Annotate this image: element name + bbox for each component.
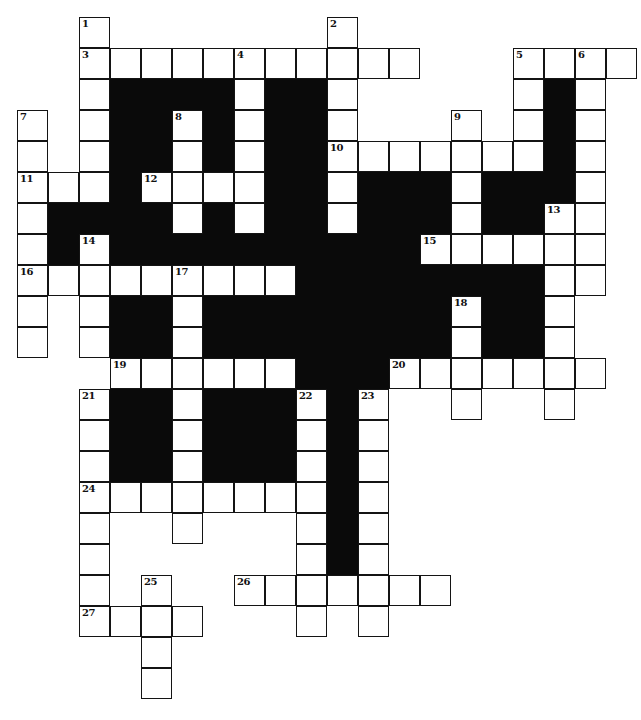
crossword-black-cell [203, 451, 234, 482]
crossword-cell[interactable] [358, 575, 389, 606]
crossword-black-cell [482, 172, 513, 203]
crossword-cell[interactable]: 25 [141, 575, 172, 606]
crossword-black-cell [203, 296, 234, 327]
clue-number: 14 [82, 235, 95, 247]
crossword-cell[interactable] [79, 141, 110, 172]
crossword-black-cell [327, 358, 358, 389]
crossword-cell[interactable] [358, 141, 389, 172]
crossword-cell[interactable] [327, 79, 358, 110]
clue-number: 8 [175, 111, 181, 123]
crossword-black-cell [110, 203, 141, 234]
crossword-cell[interactable] [482, 358, 513, 389]
crossword-cell[interactable] [296, 544, 327, 575]
crossword-cell[interactable] [172, 358, 203, 389]
crossword-black-cell [141, 234, 172, 265]
crossword-cell[interactable]: 17 [172, 265, 203, 296]
crossword-cell[interactable] [234, 110, 265, 141]
crossword-cell[interactable]: 5 [513, 48, 544, 79]
crossword-black-cell [265, 327, 296, 358]
crossword-black-cell [327, 544, 358, 575]
crossword-black-cell [482, 265, 513, 296]
crossword-cell[interactable] [79, 265, 110, 296]
crossword-cell[interactable] [327, 48, 358, 79]
crossword-cell[interactable] [17, 234, 48, 265]
crossword-cell[interactable] [234, 203, 265, 234]
crossword-cell[interactable]: 20 [389, 358, 420, 389]
clue-number: 23 [361, 390, 374, 402]
crossword-cell[interactable] [203, 358, 234, 389]
crossword-black-cell [420, 265, 451, 296]
crossword-black-cell [513, 327, 544, 358]
crossword-cell[interactable] [172, 451, 203, 482]
crossword-cell[interactable] [575, 141, 606, 172]
crossword-cell[interactable] [389, 575, 420, 606]
crossword-black-cell [389, 296, 420, 327]
crossword-cell[interactable] [513, 358, 544, 389]
crossword-cell[interactable] [575, 358, 606, 389]
clue-number: 11 [20, 173, 33, 185]
crossword-black-cell [234, 296, 265, 327]
crossword-black-cell [110, 110, 141, 141]
clue-number: 26 [237, 576, 250, 588]
crossword-black-cell [327, 482, 358, 513]
crossword-cell[interactable] [79, 575, 110, 606]
crossword-black-cell [451, 265, 482, 296]
crossword-cell[interactable] [451, 203, 482, 234]
crossword-black-cell [482, 327, 513, 358]
crossword-black-cell [203, 234, 234, 265]
crossword-cell[interactable] [48, 265, 79, 296]
crossword-cell[interactable]: 8 [172, 110, 203, 141]
clue-number: 3 [82, 49, 88, 61]
crossword-cell[interactable] [79, 420, 110, 451]
crossword-cell[interactable] [203, 48, 234, 79]
crossword-black-cell [358, 234, 389, 265]
crossword-black-cell [265, 110, 296, 141]
crossword-cell[interactable] [172, 420, 203, 451]
crossword-black-cell [203, 141, 234, 172]
crossword-black-cell [358, 203, 389, 234]
crossword-black-cell [265, 296, 296, 327]
clue-number: 10 [330, 142, 343, 154]
crossword-black-cell [389, 327, 420, 358]
crossword-black-cell [544, 172, 575, 203]
crossword-black-cell [141, 451, 172, 482]
crossword-cell[interactable] [513, 110, 544, 141]
crossword-black-cell [327, 265, 358, 296]
clue-number: 16 [20, 266, 33, 278]
clue-number: 20 [392, 359, 405, 371]
crossword-cell[interactable] [110, 265, 141, 296]
crossword-black-cell [203, 110, 234, 141]
crossword-black-cell [234, 327, 265, 358]
crossword-cell[interactable] [544, 296, 575, 327]
crossword-cell[interactable] [451, 234, 482, 265]
crossword-black-cell [420, 327, 451, 358]
crossword-cell[interactable] [358, 48, 389, 79]
crossword-black-cell [172, 234, 203, 265]
crossword-black-cell [265, 172, 296, 203]
crossword-black-cell [358, 327, 389, 358]
crossword-cell[interactable] [172, 296, 203, 327]
crossword-black-cell [358, 358, 389, 389]
crossword-black-cell [327, 451, 358, 482]
crossword-black-cell [296, 79, 327, 110]
crossword-black-cell [327, 296, 358, 327]
crossword-grid: 1234567891011121314151617181920212223242… [17, 17, 637, 699]
crossword-board: 1234567891011121314151617181920212223242… [0, 0, 641, 720]
crossword-cell[interactable] [110, 606, 141, 637]
crossword-cell[interactable] [17, 327, 48, 358]
crossword-black-cell [141, 110, 172, 141]
crossword-cell[interactable] [141, 265, 172, 296]
crossword-black-cell [203, 389, 234, 420]
crossword-black-cell [544, 79, 575, 110]
clue-number: 2 [330, 18, 336, 30]
crossword-cell[interactable] [296, 575, 327, 606]
crossword-cell[interactable] [575, 234, 606, 265]
crossword-cell[interactable] [296, 420, 327, 451]
crossword-black-cell [203, 327, 234, 358]
crossword-cell[interactable] [575, 172, 606, 203]
crossword-cell[interactable]: 21 [79, 389, 110, 420]
crossword-black-cell [389, 234, 420, 265]
crossword-black-cell [358, 296, 389, 327]
crossword-cell[interactable]: 2 [327, 17, 358, 48]
crossword-cell[interactable] [451, 358, 482, 389]
crossword-black-cell [265, 141, 296, 172]
crossword-black-cell [265, 451, 296, 482]
crossword-cell[interactable] [141, 637, 172, 668]
crossword-cell[interactable] [420, 575, 451, 606]
crossword-cell[interactable] [141, 606, 172, 637]
crossword-cell[interactable] [234, 172, 265, 203]
crossword-cell[interactable] [172, 203, 203, 234]
crossword-black-cell [110, 172, 141, 203]
crossword-black-cell [234, 420, 265, 451]
crossword-cell[interactable]: 4 [234, 48, 265, 79]
crossword-cell[interactable] [203, 172, 234, 203]
crossword-cell[interactable]: 3 [79, 48, 110, 79]
crossword-black-cell [79, 203, 110, 234]
crossword-cell[interactable]: 13 [544, 203, 575, 234]
crossword-cell[interactable] [79, 110, 110, 141]
crossword-black-cell [327, 389, 358, 420]
crossword-cell[interactable] [172, 513, 203, 544]
crossword-cell[interactable] [451, 389, 482, 420]
crossword-cell[interactable] [172, 172, 203, 203]
clue-number: 15 [423, 235, 436, 247]
crossword-black-cell [513, 296, 544, 327]
crossword-cell[interactable] [17, 296, 48, 327]
clue-number: 4 [237, 49, 243, 61]
crossword-black-cell [141, 203, 172, 234]
crossword-cell[interactable] [234, 482, 265, 513]
crossword-black-cell [203, 420, 234, 451]
clue-number: 7 [20, 111, 26, 123]
crossword-black-cell [327, 327, 358, 358]
crossword-cell[interactable] [79, 451, 110, 482]
crossword-cell[interactable] [265, 48, 296, 79]
clue-number: 27 [82, 607, 95, 619]
crossword-cell[interactable]: 12 [141, 172, 172, 203]
crossword-black-cell [141, 79, 172, 110]
crossword-black-cell [203, 203, 234, 234]
crossword-black-cell [420, 172, 451, 203]
crossword-cell[interactable]: 18 [451, 296, 482, 327]
crossword-black-cell [296, 234, 327, 265]
crossword-black-cell [296, 172, 327, 203]
crossword-cell[interactable] [296, 451, 327, 482]
crossword-cell[interactable] [575, 79, 606, 110]
crossword-cell[interactable] [544, 265, 575, 296]
crossword-cell[interactable] [141, 358, 172, 389]
crossword-black-cell [482, 203, 513, 234]
crossword-black-cell [141, 420, 172, 451]
crossword-cell[interactable]: 16 [17, 265, 48, 296]
crossword-cell[interactable]: 9 [451, 110, 482, 141]
crossword-cell[interactable] [234, 265, 265, 296]
crossword-cell[interactable] [606, 48, 637, 79]
crossword-cell[interactable]: 22 [296, 389, 327, 420]
crossword-cell[interactable] [327, 203, 358, 234]
crossword-cell[interactable] [296, 513, 327, 544]
crossword-black-cell [544, 141, 575, 172]
crossword-cell[interactable] [172, 327, 203, 358]
crossword-cell[interactable] [79, 513, 110, 544]
clue-number: 5 [516, 49, 522, 61]
crossword-black-cell [234, 389, 265, 420]
crossword-cell[interactable] [265, 265, 296, 296]
crossword-black-cell [110, 389, 141, 420]
crossword-cell[interactable] [327, 575, 358, 606]
crossword-cell[interactable] [110, 482, 141, 513]
crossword-black-cell [296, 141, 327, 172]
crossword-cell[interactable] [141, 482, 172, 513]
clue-number: 24 [82, 483, 95, 495]
crossword-black-cell [296, 110, 327, 141]
crossword-cell[interactable] [451, 172, 482, 203]
crossword-cell[interactable] [141, 48, 172, 79]
crossword-cell[interactable] [141, 668, 172, 699]
crossword-cell[interactable] [79, 544, 110, 575]
crossword-cell[interactable] [296, 606, 327, 637]
crossword-cell[interactable] [513, 141, 544, 172]
crossword-cell[interactable] [451, 141, 482, 172]
clue-number: 22 [299, 390, 312, 402]
crossword-black-cell [48, 203, 79, 234]
crossword-black-cell [110, 451, 141, 482]
clue-number: 21 [82, 390, 95, 402]
crossword-black-cell [265, 389, 296, 420]
crossword-black-cell [327, 513, 358, 544]
clue-number: 18 [454, 297, 467, 309]
crossword-cell[interactable] [513, 79, 544, 110]
crossword-black-cell [513, 203, 544, 234]
crossword-black-cell [296, 358, 327, 389]
crossword-cell[interactable] [79, 327, 110, 358]
crossword-cell[interactable] [79, 172, 110, 203]
crossword-cell[interactable] [203, 265, 234, 296]
crossword-cell[interactable]: 19 [110, 358, 141, 389]
crossword-cell[interactable] [327, 110, 358, 141]
crossword-black-cell [296, 327, 327, 358]
crossword-cell[interactable]: 27 [79, 606, 110, 637]
crossword-cell[interactable] [358, 420, 389, 451]
crossword-cell[interactable] [544, 327, 575, 358]
crossword-cell[interactable] [544, 48, 575, 79]
crossword-cell[interactable] [482, 141, 513, 172]
crossword-cell[interactable] [265, 482, 296, 513]
crossword-black-cell [110, 79, 141, 110]
crossword-cell[interactable] [172, 482, 203, 513]
crossword-black-cell [358, 172, 389, 203]
crossword-cell[interactable] [17, 203, 48, 234]
crossword-black-cell [513, 172, 544, 203]
crossword-cell[interactable] [544, 358, 575, 389]
crossword-black-cell [110, 327, 141, 358]
crossword-cell[interactable] [358, 482, 389, 513]
crossword-black-cell [482, 296, 513, 327]
crossword-cell[interactable] [575, 203, 606, 234]
crossword-cell[interactable] [234, 141, 265, 172]
crossword-black-cell [358, 265, 389, 296]
crossword-cell[interactable] [389, 141, 420, 172]
crossword-black-cell [389, 172, 420, 203]
crossword-cell[interactable] [172, 606, 203, 637]
crossword-cell[interactable] [420, 358, 451, 389]
crossword-cell[interactable]: 7 [17, 110, 48, 141]
clue-number: 17 [175, 266, 188, 278]
crossword-cell[interactable]: 1 [79, 17, 110, 48]
clue-number: 13 [547, 204, 560, 216]
crossword-cell[interactable] [544, 234, 575, 265]
crossword-cell[interactable] [17, 141, 48, 172]
crossword-cell[interactable]: 10 [327, 141, 358, 172]
crossword-cell[interactable]: 15 [420, 234, 451, 265]
crossword-black-cell [296, 296, 327, 327]
crossword-cell[interactable] [327, 172, 358, 203]
crossword-cell[interactable] [110, 48, 141, 79]
crossword-black-cell [141, 296, 172, 327]
crossword-cell[interactable] [389, 48, 420, 79]
crossword-black-cell [420, 203, 451, 234]
crossword-cell[interactable] [575, 265, 606, 296]
crossword-black-cell [420, 296, 451, 327]
crossword-cell[interactable] [513, 234, 544, 265]
clue-number: 9 [454, 111, 460, 123]
crossword-black-cell [141, 389, 172, 420]
crossword-cell[interactable] [296, 48, 327, 79]
crossword-cell[interactable] [172, 389, 203, 420]
crossword-black-cell [265, 234, 296, 265]
crossword-cell[interactable] [234, 79, 265, 110]
crossword-black-cell [234, 451, 265, 482]
crossword-cell[interactable]: 23 [358, 389, 389, 420]
crossword-cell[interactable] [544, 389, 575, 420]
crossword-black-cell [513, 265, 544, 296]
crossword-cell[interactable] [265, 358, 296, 389]
clue-number: 19 [113, 359, 126, 371]
crossword-black-cell [265, 203, 296, 234]
crossword-cell[interactable] [575, 110, 606, 141]
crossword-cell[interactable] [451, 327, 482, 358]
crossword-black-cell [265, 79, 296, 110]
crossword-cell[interactable] [79, 79, 110, 110]
crossword-cell[interactable] [48, 172, 79, 203]
crossword-black-cell [389, 203, 420, 234]
crossword-cell[interactable]: 24 [79, 482, 110, 513]
crossword-cell[interactable] [296, 482, 327, 513]
crossword-black-cell [110, 420, 141, 451]
crossword-black-cell [327, 420, 358, 451]
crossword-black-cell [203, 79, 234, 110]
crossword-black-cell [296, 203, 327, 234]
crossword-cell[interactable] [358, 451, 389, 482]
crossword-black-cell [48, 234, 79, 265]
crossword-black-cell [172, 79, 203, 110]
crossword-cell[interactable] [172, 48, 203, 79]
crossword-cell[interactable] [79, 296, 110, 327]
crossword-cell[interactable] [172, 141, 203, 172]
crossword-cell[interactable] [358, 606, 389, 637]
crossword-black-cell [389, 265, 420, 296]
crossword-cell[interactable]: 26 [234, 575, 265, 606]
crossword-black-cell [110, 141, 141, 172]
crossword-black-cell [296, 265, 327, 296]
crossword-cell[interactable]: 6 [575, 48, 606, 79]
crossword-cell[interactable]: 14 [79, 234, 110, 265]
clue-number: 1 [82, 18, 88, 30]
crossword-cell[interactable]: 11 [17, 172, 48, 203]
crossword-black-cell [110, 234, 141, 265]
crossword-black-cell [141, 141, 172, 172]
crossword-black-cell [327, 234, 358, 265]
crossword-black-cell [544, 110, 575, 141]
clue-number: 12 [144, 173, 157, 185]
clue-number: 25 [144, 576, 157, 588]
crossword-cell[interactable] [482, 234, 513, 265]
crossword-cell[interactable] [234, 358, 265, 389]
crossword-cell[interactable] [358, 544, 389, 575]
crossword-black-cell [110, 296, 141, 327]
crossword-black-cell [234, 234, 265, 265]
crossword-cell[interactable] [358, 513, 389, 544]
crossword-cell[interactable] [203, 482, 234, 513]
crossword-cell[interactable] [265, 575, 296, 606]
clue-number: 6 [578, 49, 584, 61]
crossword-black-cell [265, 420, 296, 451]
crossword-black-cell [141, 327, 172, 358]
crossword-cell[interactable] [420, 141, 451, 172]
